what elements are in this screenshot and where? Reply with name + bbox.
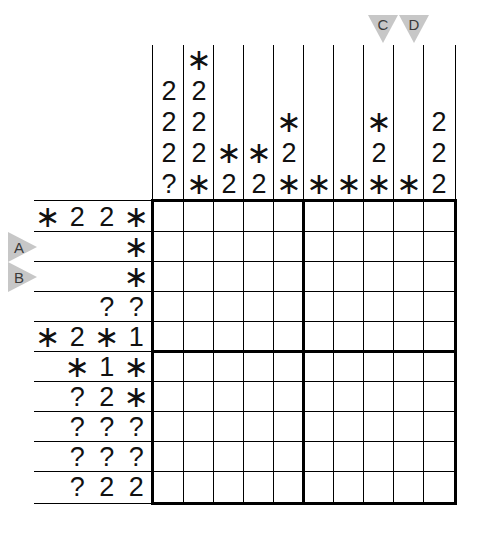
grid-cell[interactable] xyxy=(424,292,454,322)
clue-value: ? xyxy=(99,414,114,441)
column-clue: 2 xyxy=(184,76,214,107)
grid-cell[interactable] xyxy=(274,382,304,412)
grid-cell[interactable] xyxy=(424,262,454,292)
column-clue: ? xyxy=(154,169,184,200)
column-clue: 2 xyxy=(214,169,244,200)
clue-value: 2 xyxy=(99,204,114,231)
clue-value: 2 xyxy=(191,78,206,105)
asterisk-clue: ∗ xyxy=(306,169,331,199)
grid-cell[interactable] xyxy=(274,202,304,232)
grid-cell[interactable] xyxy=(214,202,244,232)
clue-value: ? xyxy=(99,294,114,321)
row-clue: ? xyxy=(122,292,152,322)
grid-cell[interactable] xyxy=(364,202,394,232)
grid-cell[interactable] xyxy=(424,322,454,352)
grid-cell[interactable] xyxy=(154,442,184,472)
row-clue: ∗ xyxy=(122,232,152,262)
row-clue: 2 xyxy=(92,202,122,232)
grid-cell[interactable] xyxy=(304,412,334,442)
grid-cell[interactable] xyxy=(274,262,304,292)
row-clue: ? xyxy=(63,382,93,412)
grid-cell[interactable] xyxy=(274,292,304,322)
grid-cell[interactable] xyxy=(364,472,394,502)
column-clue: ∗ xyxy=(364,169,394,200)
clue-value: 2 xyxy=(70,324,85,351)
grid-cell[interactable] xyxy=(274,232,304,262)
grid-cell[interactable] xyxy=(154,202,184,232)
column-clue: ∗ xyxy=(184,169,214,200)
grid-cell[interactable] xyxy=(394,232,424,262)
asterisk-clue: ∗ xyxy=(336,169,361,199)
grid-cell[interactable] xyxy=(424,232,454,262)
grid-cell[interactable] xyxy=(214,382,244,412)
row-clue: ? xyxy=(92,292,122,322)
grid-cell[interactable] xyxy=(274,442,304,472)
row-arrow-B-icon: B xyxy=(8,262,37,292)
grid-cell[interactable] xyxy=(364,442,394,472)
grid-cell[interactable] xyxy=(244,262,274,292)
asterisk-clue: ∗ xyxy=(35,202,60,232)
grid-cell[interactable] xyxy=(244,232,274,262)
grid-cell[interactable] xyxy=(244,382,274,412)
grid-cell[interactable] xyxy=(154,292,184,322)
clue-value: ? xyxy=(70,474,85,501)
clue-value: ? xyxy=(129,444,144,471)
column-clue: 2 xyxy=(424,107,454,138)
thick-horizontal-separator xyxy=(151,350,457,353)
grid-cell[interactable] xyxy=(424,352,454,382)
row-clue: ∗ xyxy=(92,322,122,352)
clue-value: 2 xyxy=(371,140,386,167)
clue-value: 2 xyxy=(191,140,206,167)
row-clue: 2 xyxy=(63,202,93,232)
clue-value: ? xyxy=(99,444,114,471)
grid-cell[interactable] xyxy=(154,322,184,352)
column-clue: 2 xyxy=(184,107,214,138)
grid-cell[interactable] xyxy=(364,412,394,442)
grid-cell[interactable] xyxy=(184,322,214,352)
clue-value: 2 xyxy=(129,474,144,501)
grid-cell[interactable] xyxy=(394,292,424,322)
grid-cell[interactable] xyxy=(424,202,454,232)
grid-cell[interactable] xyxy=(214,262,244,292)
column-clue: ∗ xyxy=(244,138,274,169)
clue-value: 2 xyxy=(99,384,114,411)
column-clue-line xyxy=(152,45,153,199)
grid-cell[interactable] xyxy=(184,232,214,262)
grid-cell[interactable] xyxy=(424,412,454,442)
clue-value: ? xyxy=(70,444,85,471)
clue-value: 1 xyxy=(99,354,114,381)
clue-value: 2 xyxy=(70,204,85,231)
grid-cell[interactable] xyxy=(274,322,304,352)
row-clue: ∗ xyxy=(122,352,152,382)
grid-cell[interactable] xyxy=(214,352,244,382)
clue-value: 2 xyxy=(191,109,206,136)
column-clue: 2 xyxy=(154,76,184,107)
clue-value: 2 xyxy=(281,140,296,167)
row-clue: ∗ xyxy=(122,202,152,232)
asterisk-clue: ∗ xyxy=(396,169,421,199)
marker-label-d: D xyxy=(409,17,420,32)
asterisk-clue: ∗ xyxy=(35,322,60,352)
clue-value: 2 xyxy=(161,78,176,105)
grid-cell[interactable] xyxy=(154,352,184,382)
column-clue: 2 xyxy=(154,107,184,138)
asterisk-clue: ∗ xyxy=(246,138,271,168)
grid-cell[interactable] xyxy=(244,472,274,502)
grid-cell[interactable] xyxy=(334,202,364,232)
column-clue: ∗ xyxy=(334,169,364,200)
clue-value: 2 xyxy=(161,140,176,167)
row-clue: ? xyxy=(63,472,93,502)
column-clue: ∗ xyxy=(364,107,394,138)
grid-cell[interactable] xyxy=(304,292,334,322)
clue-value: ? xyxy=(70,384,85,411)
clue-value: 2 xyxy=(161,109,176,136)
clue-value: 2 xyxy=(99,474,114,501)
clue-value: 2 xyxy=(431,109,446,136)
grid-cell[interactable] xyxy=(184,472,214,502)
grid-cell[interactable] xyxy=(364,232,394,262)
grid-cell[interactable] xyxy=(244,412,274,442)
clue-value: ? xyxy=(70,414,85,441)
row-clue: ? xyxy=(122,412,152,442)
asterisk-clue: ∗ xyxy=(124,202,149,232)
grid-cell[interactable] xyxy=(184,202,214,232)
asterisk-clue: ∗ xyxy=(124,262,149,292)
row-clue: ? xyxy=(92,412,122,442)
asterisk-clue: ∗ xyxy=(366,169,391,199)
grid-cell[interactable] xyxy=(184,382,214,412)
grid-cell[interactable] xyxy=(304,232,334,262)
column-clue: ∗ xyxy=(274,169,304,200)
column-clue: 2 xyxy=(424,138,454,169)
row-clue: ? xyxy=(63,442,93,472)
row-clue: ? xyxy=(122,442,152,472)
grid-cell[interactable] xyxy=(364,322,394,352)
grid-cell[interactable] xyxy=(394,412,424,442)
grid-cell[interactable] xyxy=(184,412,214,442)
row-clue: 1 xyxy=(122,322,152,352)
asterisk-clue: ∗ xyxy=(366,107,391,137)
clue-value: 2 xyxy=(251,171,266,198)
row-arrow-A-icon: A xyxy=(8,232,37,262)
asterisk-clue: ∗ xyxy=(216,138,241,168)
row-clue: ∗ xyxy=(33,322,63,352)
grid-cell[interactable] xyxy=(154,412,184,442)
column-clue: ∗ xyxy=(274,107,304,138)
row-clue-line xyxy=(34,503,151,504)
grid-cell[interactable] xyxy=(394,262,424,292)
grid-cell[interactable] xyxy=(214,472,244,502)
grid-cell[interactable] xyxy=(394,352,424,382)
grid-cell[interactable] xyxy=(214,412,244,442)
grid-cell[interactable] xyxy=(154,262,184,292)
clue-value: ? xyxy=(161,171,176,198)
grid-cell[interactable] xyxy=(304,352,334,382)
grid-cell[interactable] xyxy=(154,382,184,412)
grid-cell[interactable] xyxy=(424,442,454,472)
grid-cell[interactable] xyxy=(334,292,364,322)
row-clue: ∗ xyxy=(122,382,152,412)
grid-cell[interactable] xyxy=(364,382,394,412)
grid-cell[interactable] xyxy=(304,472,334,502)
asterisk-clue: ∗ xyxy=(65,352,90,382)
grid-cell[interactable] xyxy=(304,202,334,232)
grid-cell[interactable] xyxy=(424,472,454,502)
row-clue: ∗ xyxy=(122,262,152,292)
clue-value: 2 xyxy=(221,171,236,198)
asterisk-clue: ∗ xyxy=(94,322,119,352)
row-clue: 2 xyxy=(122,472,152,502)
grid-cell[interactable] xyxy=(424,382,454,412)
row-clue: ∗ xyxy=(33,202,63,232)
grid-cell[interactable] xyxy=(184,292,214,322)
grid-cell[interactable] xyxy=(334,322,364,352)
grid-cell[interactable] xyxy=(334,412,364,442)
marker-label-c: C xyxy=(378,17,389,32)
grid-cell[interactable] xyxy=(394,382,424,412)
grid-cell[interactable] xyxy=(274,472,304,502)
grid-cell[interactable] xyxy=(394,442,424,472)
grid-cell[interactable] xyxy=(184,442,214,472)
row-clue: ∗ xyxy=(63,352,93,382)
column-arrow-D-icon: D xyxy=(399,15,429,43)
grid-cell[interactable] xyxy=(244,292,274,322)
grid-cell[interactable] xyxy=(334,352,364,382)
grid-cell[interactable] xyxy=(184,262,214,292)
clue-value: 1 xyxy=(129,324,144,351)
grid-cell[interactable] xyxy=(244,442,274,472)
grid-cell[interactable] xyxy=(154,232,184,262)
row-clue: 1 xyxy=(92,352,122,382)
grid-cell[interactable] xyxy=(304,442,334,472)
grid-cell[interactable] xyxy=(334,382,364,412)
grid-cell[interactable] xyxy=(214,322,244,352)
column-clue: 2 xyxy=(154,138,184,169)
grid-cell[interactable] xyxy=(334,442,364,472)
row-clue: 2 xyxy=(92,382,122,412)
row-clue: 2 xyxy=(92,472,122,502)
grid-cell[interactable] xyxy=(304,262,334,292)
column-clue: 2 xyxy=(364,138,394,169)
grid-cell[interactable] xyxy=(214,442,244,472)
grid-cell[interactable] xyxy=(364,352,394,382)
column-arrow-C-icon: C xyxy=(368,15,398,43)
clue-value: ? xyxy=(129,294,144,321)
clue-value: ? xyxy=(129,414,144,441)
grid-cell[interactable] xyxy=(274,352,304,382)
grid-cell[interactable] xyxy=(244,352,274,382)
column-clue: 2 xyxy=(424,169,454,200)
grid-cell[interactable] xyxy=(214,232,244,262)
column-clue: ∗ xyxy=(214,138,244,169)
row-clue: ? xyxy=(92,442,122,472)
grid-cell[interactable] xyxy=(304,382,334,412)
grid-cell[interactable] xyxy=(184,352,214,382)
grid-cell[interactable] xyxy=(244,202,274,232)
asterisk-clue: ∗ xyxy=(124,352,149,382)
grid-cell[interactable] xyxy=(334,262,364,292)
grid-cell[interactable] xyxy=(394,202,424,232)
row-clue: 2 xyxy=(63,322,93,352)
grid-cell[interactable] xyxy=(394,322,424,352)
asterisk-clue: ∗ xyxy=(186,45,211,75)
asterisk-clue: ∗ xyxy=(276,107,301,137)
column-clue: 2 xyxy=(274,138,304,169)
grid-cell[interactable] xyxy=(334,472,364,502)
asterisk-clue: ∗ xyxy=(124,232,149,262)
column-clue: 2 xyxy=(244,169,274,200)
clue-value: 2 xyxy=(431,171,446,198)
marker-label-a: A xyxy=(14,240,24,255)
row-clue: ? xyxy=(63,412,93,442)
column-clue: ∗ xyxy=(394,169,424,200)
puzzle-stage: A B C D 222?∗222∗∗2∗2∗2∗∗∗∗2∗∗222∗22∗∗∗?… xyxy=(0,0,486,533)
grid-cell[interactable] xyxy=(364,292,394,322)
clue-value: 2 xyxy=(431,140,446,167)
grid-cell[interactable] xyxy=(364,262,394,292)
grid-cell[interactable] xyxy=(154,472,184,502)
asterisk-clue: ∗ xyxy=(186,169,211,199)
grid-cell[interactable] xyxy=(244,322,274,352)
grid-cell[interactable] xyxy=(334,232,364,262)
grid-cell[interactable] xyxy=(274,412,304,442)
column-clue: ∗ xyxy=(184,45,214,76)
marker-label-b: B xyxy=(14,270,24,285)
asterisk-clue: ∗ xyxy=(276,169,301,199)
column-clue-line xyxy=(455,45,456,199)
column-clue: ∗ xyxy=(304,169,334,200)
column-clue: 2 xyxy=(184,138,214,169)
grid-cell[interactable] xyxy=(214,292,244,322)
asterisk-clue: ∗ xyxy=(124,382,149,412)
grid-cell[interactable] xyxy=(394,472,424,502)
grid-cell[interactable] xyxy=(304,322,334,352)
